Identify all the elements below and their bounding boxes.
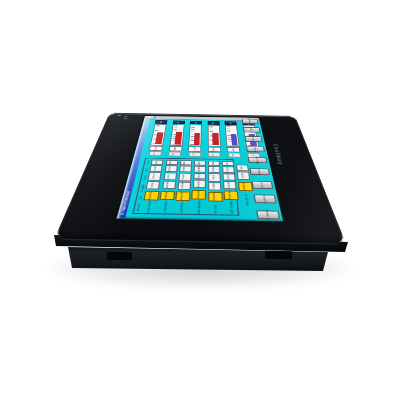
gauge-fill — [193, 133, 199, 145]
row-label: A01 Prod — [146, 201, 151, 212]
value-field[interactable]: 0/2/9 — [208, 173, 221, 181]
function-button[interactable]: PV Demo — [241, 119, 258, 124]
gauge-cap-text: P1 — [159, 121, 162, 123]
value-field[interactable]: 10248 — [161, 181, 175, 189]
gauge-slider[interactable]: P2116T2 — [167, 120, 184, 156]
value-field[interactable]: 0/3/0 — [193, 173, 206, 180]
row-label: A02 Door — [163, 201, 168, 213]
row-label: A03 Dev — [180, 202, 184, 213]
enable-toggle[interactable]: Enable — [237, 182, 252, 191]
enable-toggle[interactable]: Enable — [207, 192, 222, 202]
mounting-slot-left — [107, 252, 132, 261]
value-field[interactable]: 0/3/1 — [163, 172, 177, 180]
toggle-text: Enable — [197, 191, 200, 199]
gauge-fill — [174, 132, 181, 145]
gauge-sub-text: T4 — [213, 154, 216, 156]
enable-toggle[interactable]: Enable — [159, 191, 175, 200]
value-text: 0/3/0 — [198, 174, 201, 179]
value-field[interactable]: 0290 — [236, 172, 250, 180]
function-button-label: System — [262, 194, 267, 203]
gauge-bar[interactable] — [207, 125, 220, 147]
product-photo: Coolmay E Rule/Sensor P1128T1P2116T2P312… — [0, 0, 400, 400]
gauge-slider[interactable]: P4131T4 — [207, 121, 221, 157]
value-field[interactable]: OFF — [151, 160, 164, 165]
toggle-text: Enable — [181, 192, 184, 200]
gauge-sub-label: T5 — [227, 153, 240, 158]
value-field[interactable]: 0/2/8 — [178, 173, 191, 181]
gauge-cap-text: P5 — [229, 122, 232, 124]
gauge-bar[interactable] — [149, 124, 166, 146]
enable-toggle[interactable]: Enable — [191, 190, 206, 199]
value-text: OFF — [170, 161, 173, 164]
value-text: 11536 — [182, 182, 185, 189]
gauge-sub-text: T3 — [193, 153, 196, 155]
value-text: OFF — [198, 161, 201, 164]
value-text: 0311 — [169, 166, 172, 171]
table-header-label: Tue — [138, 196, 142, 200]
value-text: 0296 — [198, 167, 201, 172]
table-header-label: Rule — [146, 160, 150, 164]
enable-toggle[interactable]: Enable — [223, 191, 238, 200]
gauge-fill — [212, 133, 218, 146]
value-field[interactable]: OFF — [193, 161, 205, 166]
value-field[interactable]: 12543 — [146, 181, 160, 189]
function-button[interactable]: Alarm — [244, 136, 262, 142]
gauge-value: 128 — [148, 146, 162, 151]
value-text: 0/3/1 — [168, 174, 171, 179]
gauge-value: 131 — [207, 147, 220, 152]
value-text: 0/3/2 — [227, 174, 230, 179]
function-button-label: Alarm — [251, 137, 254, 142]
gauge-cap-text: P2 — [177, 121, 180, 123]
gauge-value-text: 092 — [232, 148, 235, 152]
value-text: ON — [212, 162, 215, 165]
function-button-label: Curve — [260, 181, 264, 188]
brand-logo: Coolmay — [270, 144, 286, 171]
value-text: OFF — [155, 161, 158, 164]
value-field[interactable]: 12057 — [192, 180, 205, 188]
gauge-bar[interactable] — [169, 124, 184, 146]
value-text: 12057 — [198, 181, 201, 188]
table-header-label: Run — [145, 168, 149, 172]
gauge-value-text: 116 — [173, 147, 176, 151]
value-field[interactable]: 0285 — [178, 166, 191, 172]
function-button-label: Data Log — [255, 156, 259, 164]
toggle-text: Enable — [242, 183, 246, 190]
function-button[interactable]: System — [253, 195, 276, 204]
value-text: OFF — [226, 162, 229, 165]
gauge-value: 092 — [226, 147, 240, 152]
value-field[interactable]: ON — [208, 161, 220, 166]
value-field[interactable]: 0/3/2 — [222, 173, 235, 180]
gauge-value-text: 124 — [193, 147, 196, 151]
function-button-label: Trend — [257, 169, 261, 175]
value-field[interactable]: 0296 — [193, 166, 205, 172]
gauge-sub-text: T2 — [173, 153, 176, 155]
table-header-label: Press — [143, 175, 147, 180]
function-button[interactable]: Trend — [249, 168, 270, 175]
value-text: 0290 — [241, 173, 244, 178]
value-text: 0307 — [154, 166, 157, 171]
table-header-label: Reset — [136, 204, 141, 211]
screen-title: E Rule/Sensor — [118, 191, 130, 216]
gauge-sub-text: T1 — [153, 153, 156, 155]
enable-toggle[interactable]: Enable — [175, 191, 190, 201]
gauge-bar[interactable] — [225, 125, 240, 147]
gauge-bar[interactable] — [188, 125, 201, 147]
value-text: 0/3/0 — [153, 174, 157, 179]
value-text: OFF — [240, 166, 243, 170]
value-text: 12630 — [228, 182, 231, 189]
row-label: Sensor — [213, 202, 216, 213]
value-text: 10248 — [167, 182, 171, 189]
gauge-slider[interactable]: P5092T5 — [224, 121, 241, 157]
row-label: A06 Joy A — [244, 191, 249, 205]
value-field[interactable]: 0302 — [208, 166, 220, 172]
touchscreen[interactable]: E Rule/Sensor P1128T1P2116T2P3124T3P4131… — [115, 115, 284, 222]
value-text: 0/2/8 — [183, 174, 186, 179]
value-field[interactable]: 0/3/0 — [147, 172, 161, 180]
function-button[interactable]: Recipe — [246, 146, 265, 152]
rule-table: RuleRunPressLengthTueReset OFF03070/3/01… — [132, 158, 239, 216]
gauge-sub-label: T3 — [188, 152, 201, 157]
function-button-label: Recipe — [253, 146, 257, 152]
value-text: 0/2/9 — [213, 175, 216, 180]
gauge-cap-text: P4 — [212, 122, 214, 124]
value-text: 0318 — [227, 167, 230, 172]
gauge-value-text: 128 — [154, 147, 158, 151]
gauge-value: 124 — [188, 147, 201, 152]
gauge-value: 116 — [168, 146, 182, 151]
value-field[interactable]: 11842 — [208, 182, 221, 190]
toggle-text: Enable — [165, 192, 169, 200]
value-text: ON — [184, 161, 187, 164]
toggle-text: Enable — [229, 192, 233, 200]
gauge-sub-label: T4 — [208, 152, 221, 157]
row-label: A05 Pressl — [229, 201, 233, 214]
value-text: 12543 — [151, 182, 155, 189]
table-row: ON03020/2/911842EnableSensor — [207, 161, 223, 214]
gauge-cap-text: P3 — [194, 122, 196, 124]
value-field[interactable]: 0307 — [149, 165, 162, 171]
table-row: OFF02960/3/012057EnableA04 Nozzle — [191, 160, 206, 213]
value-field[interactable]: ON — [179, 160, 191, 165]
function-button-label: IO Mon — [250, 127, 253, 132]
value-field[interactable]: OFF — [222, 161, 234, 166]
gauge-sub-label: T1 — [148, 151, 161, 156]
gauge-slider[interactable]: P3124T3 — [187, 121, 201, 157]
value-text: 11842 — [213, 183, 216, 190]
value-field[interactable]: 0311 — [164, 166, 177, 172]
enable-toggle[interactable]: Enable — [143, 191, 159, 201]
function-button[interactable]: IO Mon — [243, 127, 260, 132]
gauge-slider[interactable]: P1128T1 — [147, 120, 167, 156]
value-field[interactable]: 12630 — [223, 181, 237, 189]
value-field[interactable]: 0318 — [222, 166, 235, 172]
gauge-value-text: 131 — [212, 148, 215, 152]
function-button-label: PV Demo — [248, 118, 252, 124]
function-button[interactable]: F1 Demo — [256, 210, 280, 219]
function-button-label: F1 Demo — [265, 209, 271, 221]
gauge-fill — [230, 134, 237, 146]
value-field[interactable]: OFF — [165, 160, 178, 165]
value-text: 0302 — [212, 167, 215, 172]
gauge-sub-label: T2 — [168, 152, 181, 157]
value-field[interactable]: 11536 — [177, 181, 191, 189]
row-label: A04 Nozzle — [197, 200, 200, 214]
value-field[interactable]: OFF — [235, 165, 248, 172]
gauge-sub-text: T5 — [232, 154, 235, 156]
function-button[interactable]: Curve — [251, 181, 273, 189]
toggle-text: Enable — [213, 193, 216, 201]
function-button[interactable]: Data Log — [247, 157, 267, 164]
value-text: 0285 — [183, 167, 186, 172]
hmi-device-front: Coolmay E Rule/Sensor P1128T1P2116T2P312… — [53, 113, 346, 245]
toggle-text: Enable — [149, 192, 153, 200]
